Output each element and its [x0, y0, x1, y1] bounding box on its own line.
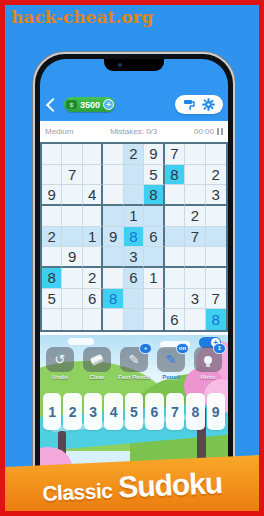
cell-r3c7[interactable] — [165, 185, 185, 206]
cell-r6c7[interactable] — [165, 247, 185, 268]
cell-r7c9[interactable] — [206, 268, 226, 289]
cell-r5c3[interactable]: 1 — [83, 227, 103, 248]
undo-button[interactable]: ↺ Undo — [44, 347, 76, 380]
camera-icon — [118, 63, 122, 67]
cell-r4c7[interactable] — [165, 206, 185, 227]
cell-r2c7[interactable]: 8 — [165, 165, 185, 186]
cell-r9c5[interactable] — [124, 309, 144, 330]
cell-r8c5[interactable] — [124, 289, 144, 310]
cell-r1c1[interactable] — [42, 144, 62, 165]
cell-r4c2[interactable] — [62, 206, 82, 227]
undo-arrow-icon: ↺ — [55, 353, 66, 366]
cell-r2c2[interactable]: 7 — [62, 165, 82, 186]
cell-r5c6[interactable]: 6 — [144, 227, 164, 248]
cell-r4c5[interactable]: 1 — [124, 206, 144, 227]
cell-r1c4[interactable] — [103, 144, 123, 165]
cell-r6c9[interactable] — [206, 247, 226, 268]
timer-value: 00:00 — [194, 127, 214, 136]
cell-r7c1[interactable]: 8 — [42, 268, 62, 289]
cell-r8c1[interactable]: 5 — [42, 289, 62, 310]
cell-r6c3[interactable] — [83, 247, 103, 268]
cell-r8c4[interactable]: 8 — [103, 289, 123, 310]
cell-r7c6[interactable]: 1 — [144, 268, 164, 289]
pencil-plus-icon: ✎ — [129, 353, 140, 366]
cell-r5c4[interactable]: 9 — [103, 227, 123, 248]
cell-r1c7[interactable]: 7 — [165, 144, 185, 165]
cell-r2c5[interactable] — [124, 165, 144, 186]
clear-button[interactable]: Clear — [81, 347, 113, 380]
cell-r2c3[interactable] — [83, 165, 103, 186]
cell-r1c9[interactable] — [206, 144, 226, 165]
cell-r5c5[interactable]: 8 — [124, 227, 144, 248]
cell-r4c8[interactable]: 2 — [185, 206, 205, 227]
plus-circle-icon[interactable]: + — [103, 99, 114, 110]
pencil-button[interactable]: ✎ on Pencil — [155, 347, 187, 380]
pencil-label: Pencil — [162, 374, 180, 380]
cell-r6c4[interactable] — [103, 247, 123, 268]
paint-roller-icon[interactable] — [183, 99, 195, 111]
eraser-icon — [90, 353, 104, 365]
board-panel: Medium Mistakes: 0/3 00:00 2977582948312… — [40, 121, 228, 335]
cell-r5c1[interactable]: 2 — [42, 227, 62, 248]
undo-label: Undo — [52, 374, 67, 380]
money-bill-icon: $ — [66, 100, 77, 109]
title-word-classic: Classic — [42, 479, 113, 506]
cell-r5c7[interactable] — [165, 227, 185, 248]
cell-r9c7[interactable]: 6 — [165, 309, 185, 330]
cell-r4c4[interactable] — [103, 206, 123, 227]
scenery-cloud — [68, 338, 94, 345]
cell-r7c3[interactable]: 2 — [83, 268, 103, 289]
phone-screen: $ 3500 + — [40, 59, 228, 516]
cell-r2c9[interactable]: 2 — [206, 165, 226, 186]
screenshot-stage: hack-cheat.org $ 3500 + — [0, 0, 264, 516]
watermark-text: hack-cheat.org — [11, 7, 153, 27]
back-chevron-icon[interactable] — [46, 97, 60, 111]
numpad-key-8[interactable]: 8 — [186, 393, 204, 430]
cell-r6c8[interactable] — [185, 247, 205, 268]
cell-r9c9[interactable]: 8 — [206, 309, 226, 330]
cell-r4c3[interactable] — [83, 206, 103, 227]
cell-r7c8[interactable] — [185, 268, 205, 289]
number-pad: 123456789 — [43, 393, 225, 430]
cell-r1c6[interactable]: 9 — [144, 144, 164, 165]
cell-r2c8[interactable] — [185, 165, 205, 186]
app-header: $ 3500 + — [40, 59, 228, 121]
cell-r3c8[interactable] — [185, 185, 205, 206]
pencil-on-badge: on — [176, 343, 189, 354]
header-actions — [175, 95, 223, 114]
cell-r8c8[interactable]: 3 — [185, 289, 205, 310]
cell-r1c3[interactable] — [83, 144, 103, 165]
phone-mockup: $ 3500 + — [33, 52, 235, 516]
cell-r6c5[interactable]: 3 — [124, 247, 144, 268]
coin-value: 3500 — [77, 100, 103, 110]
toolbar: ↺ Undo Clear ✎ + Fast Pencil — [40, 347, 228, 380]
cell-r8c2[interactable] — [62, 289, 82, 310]
numpad-key-7[interactable]: 7 — [166, 393, 184, 430]
hints-badge: 1 — [213, 343, 226, 354]
cell-r3c6[interactable]: 8 — [144, 185, 164, 206]
cell-r4c1[interactable] — [42, 206, 62, 227]
app-title: Classic Sudoku — [41, 466, 222, 508]
cell-r2c6[interactable]: 5 — [144, 165, 164, 186]
fast-pencil-button[interactable]: ✎ + Fast Pencil — [118, 347, 150, 380]
phone-notch — [104, 59, 164, 71]
cell-r5c2[interactable] — [62, 227, 82, 248]
cell-r4c9[interactable] — [206, 206, 226, 227]
difficulty-label: Medium — [45, 127, 73, 136]
cell-r2c1[interactable] — [42, 165, 62, 186]
cell-r4c6[interactable] — [144, 206, 164, 227]
status-bar: Medium Mistakes: 0/3 00:00 — [40, 121, 228, 142]
cell-r3c3[interactable]: 4 — [83, 185, 103, 206]
cell-r3c5[interactable] — [124, 185, 144, 206]
numpad-key-3[interactable]: 3 — [84, 393, 102, 430]
coin-counter[interactable]: $ 3500 + — [64, 97, 115, 112]
numpad-key-4[interactable]: 4 — [104, 393, 122, 430]
gear-icon[interactable] — [202, 98, 215, 111]
mistakes-label: Mistakes: 0/3 — [110, 127, 157, 136]
numpad-key-5[interactable]: 5 — [125, 393, 143, 430]
cell-r7c4[interactable] — [103, 268, 123, 289]
cell-r9c1[interactable] — [42, 309, 62, 330]
cell-r5c9[interactable] — [206, 227, 226, 248]
cell-r1c5[interactable]: 2 — [124, 144, 144, 165]
cell-r6c1[interactable] — [42, 247, 62, 268]
cell-r5c8[interactable]: 7 — [185, 227, 205, 248]
clear-label: Clear — [89, 374, 104, 380]
hints-button[interactable]: 1 Hints — [192, 347, 224, 380]
cell-r8c6[interactable] — [144, 289, 164, 310]
hints-label: Hints — [201, 374, 216, 380]
cell-r8c9[interactable]: 7 — [206, 289, 226, 310]
cell-r1c2[interactable] — [62, 144, 82, 165]
cell-r7c5[interactable]: 6 — [124, 268, 144, 289]
cell-r9c4[interactable] — [103, 309, 123, 330]
cell-r9c8[interactable] — [185, 309, 205, 330]
fast-pencil-label: Fast Pencil — [118, 374, 150, 380]
sudoku-grid: 29775829483122198679382615683768 — [40, 142, 228, 332]
cell-r7c7[interactable] — [165, 268, 185, 289]
title-word-sudoku: Sudoku — [117, 466, 222, 505]
cell-r8c3[interactable]: 6 — [83, 289, 103, 310]
numpad-key-1[interactable]: 1 — [43, 393, 61, 430]
cell-r3c9[interactable]: 3 — [206, 185, 226, 206]
fast-pencil-badge: + — [139, 343, 152, 354]
cell-r9c3[interactable] — [83, 309, 103, 330]
numpad-key-9[interactable]: 9 — [207, 393, 225, 430]
cell-r9c2[interactable] — [62, 309, 82, 330]
cell-r3c4[interactable] — [103, 185, 123, 206]
cell-r8c7[interactable] — [165, 289, 185, 310]
pencil-icon: ✎ — [166, 353, 177, 366]
cell-r7c2[interactable] — [62, 268, 82, 289]
numpad-key-2[interactable]: 2 — [63, 393, 81, 430]
cell-r1c8[interactable] — [185, 144, 205, 165]
numpad-key-6[interactable]: 6 — [145, 393, 163, 430]
pause-icon[interactable] — [217, 128, 223, 135]
cell-r9c6[interactable] — [144, 309, 164, 330]
lightbulb-icon — [204, 356, 212, 364]
cell-r3c1[interactable]: 9 — [42, 185, 62, 206]
cell-r6c6[interactable] — [144, 247, 164, 268]
cell-r6c2[interactable]: 9 — [62, 247, 82, 268]
cell-r2c4[interactable] — [103, 165, 123, 186]
cell-r3c2[interactable] — [62, 185, 82, 206]
